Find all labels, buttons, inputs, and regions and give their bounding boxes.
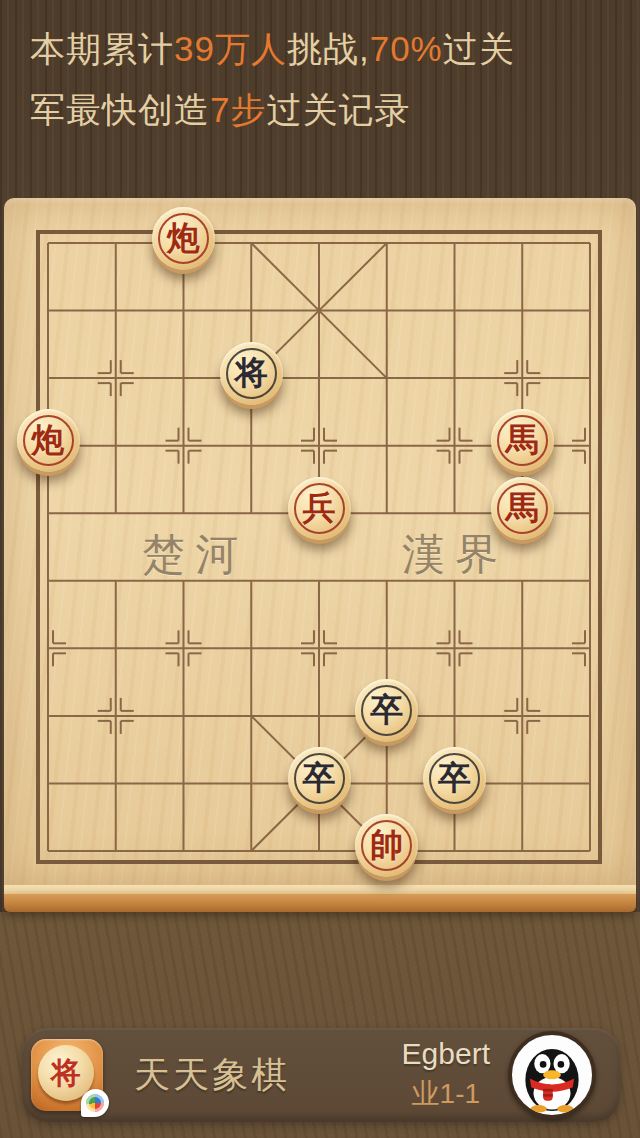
challenge-stats-line: 本期累计39万人挑战,70%过关 [30, 18, 630, 79]
app-icon[interactable]: 将 [31, 1039, 103, 1111]
banner-text-segment: 过关 [443, 29, 515, 68]
piece-red-兵[interactable]: 兵 [288, 477, 351, 540]
banner-text-segment: 本期累计 [30, 29, 174, 68]
piece-glyph: 炮 [152, 207, 215, 270]
piece-black-卒[interactable]: 卒 [423, 747, 486, 810]
xiangqi-board[interactable]: 楚河 漢界 炮将炮馬兵馬卒卒卒帥 [4, 198, 636, 885]
board-edge-highlight [4, 885, 636, 894]
piece-red-馬[interactable]: 馬 [491, 409, 554, 472]
penguin-icon [515, 1040, 589, 1114]
piece-red-帥[interactable]: 帥 [355, 814, 418, 877]
username: Egbert [402, 1037, 490, 1071]
app-name: 天天象棋 [134, 1028, 290, 1122]
piece-glyph: 馬 [491, 477, 554, 540]
piece-glyph: 卒 [355, 679, 418, 742]
piece-red-炮[interactable]: 炮 [152, 207, 215, 270]
piece-glyph: 卒 [288, 747, 351, 810]
piece-glyph: 帥 [355, 814, 418, 877]
qq-games-badge-icon [81, 1089, 109, 1117]
piece-red-馬[interactable]: 馬 [491, 477, 554, 540]
challenge-banner: 本期累计39万人挑战,70%过关 军最快创造7步过关记录 [30, 18, 630, 140]
piece-black-卒[interactable]: 卒 [355, 679, 418, 742]
qq-penguin-avatar[interactable] [508, 1031, 596, 1119]
record-line: 军最快创造7步过关记录 [30, 79, 630, 140]
piece-glyph: 将 [220, 342, 283, 405]
banner-text-segment: 7步 [210, 90, 266, 129]
piece-glyph: 炮 [17, 409, 80, 472]
piece-glyph: 卒 [423, 747, 486, 810]
user-info: Egbert 业1-1 [402, 1028, 490, 1122]
banner-text-segment: 70% [370, 29, 443, 68]
app-banner[interactable]: 将 天天象棋 Egbert 业1-1 [22, 1028, 620, 1122]
piece-glyph: 兵 [288, 477, 351, 540]
piece-black-将[interactable]: 将 [220, 342, 283, 405]
river-label-chu-he: 楚河 [142, 526, 248, 584]
piece-red-炮[interactable]: 炮 [17, 409, 80, 472]
board-front-bevel [4, 894, 636, 912]
piece-glyph: 馬 [491, 409, 554, 472]
app-icon-piece-glyph: 将 [51, 1053, 81, 1094]
banner-text-segment: 过关记录 [266, 90, 410, 129]
user-rank-badge: 业1-1 [412, 1075, 480, 1113]
banner-text-segment: 挑战, [287, 29, 370, 68]
banner-text-segment: 军最快创造 [30, 90, 210, 129]
banner-text-segment: 39万人 [174, 29, 287, 68]
piece-black-卒[interactable]: 卒 [288, 747, 351, 810]
app-screen: 本期累计39万人挑战,70%过关 军最快创造7步过关记录 楚河 漢界 炮将炮馬兵… [0, 0, 640, 1138]
